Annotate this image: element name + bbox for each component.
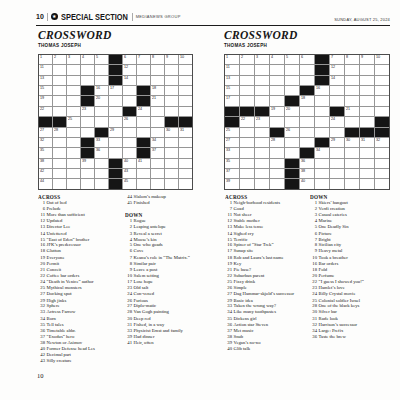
- grid-cell[interactable]: [375, 169, 389, 178]
- grid-cell[interactable]: [240, 159, 254, 168]
- grid-cell[interactable]: [179, 65, 192, 74]
- grid-cell[interactable]: [285, 138, 299, 147]
- grid-cell[interactable]: 27: [225, 138, 239, 147]
- grid-cell[interactable]: [95, 117, 108, 126]
- grid-cell[interactable]: [165, 86, 178, 95]
- grid-cell[interactable]: 45: [123, 179, 136, 188]
- cell-number: 36: [301, 159, 305, 163]
- grid-cell[interactable]: 6: [123, 55, 136, 64]
- grid-cell[interactable]: [53, 107, 66, 116]
- grid-cell[interactable]: [270, 117, 284, 126]
- grid-cell[interactable]: [375, 179, 389, 188]
- grid-cell[interactable]: 24: [137, 107, 150, 116]
- grid-cell[interactable]: [360, 76, 374, 85]
- grid-cell[interactable]: [137, 128, 150, 137]
- grid-cell[interactable]: 21: [345, 107, 359, 116]
- grid-cell[interactable]: [137, 169, 150, 178]
- black-cell: [345, 128, 359, 137]
- black-cell: [109, 76, 122, 85]
- grid-cell[interactable]: 18: [151, 86, 164, 95]
- grid-cell[interactable]: [345, 169, 359, 178]
- grid-cell[interactable]: 36: [300, 159, 314, 168]
- grid-cell[interactable]: [179, 179, 192, 188]
- cell-number: 23: [256, 117, 260, 121]
- grid-cell[interactable]: 30: [165, 128, 178, 137]
- clue-item: 40Glib talk: [225, 346, 309, 352]
- grid-cell[interactable]: [270, 148, 284, 157]
- grid-cell[interactable]: [165, 65, 178, 74]
- cell-number: 29: [331, 138, 335, 142]
- grid-cell[interactable]: [123, 86, 136, 95]
- grid-cell[interactable]: [285, 76, 299, 85]
- grid-cell[interactable]: [165, 148, 178, 157]
- grid-cell[interactable]: [300, 128, 314, 137]
- grid-cell[interactable]: [345, 96, 359, 105]
- grid-cell[interactable]: 34: [315, 148, 329, 157]
- grid-cell[interactable]: [360, 86, 374, 95]
- grid-cell[interactable]: [345, 117, 359, 126]
- puzzle-byline: THOMAS JOSEPH: [38, 44, 193, 49]
- cell-number: 22: [40, 107, 44, 111]
- grid-cell[interactable]: [151, 117, 164, 126]
- grid-cell[interactable]: 42: [39, 169, 52, 178]
- grid-cell[interactable]: [270, 169, 284, 178]
- grid-cell[interactable]: [360, 65, 374, 74]
- grid-cell[interactable]: [375, 107, 389, 116]
- grid-cell[interactable]: [179, 138, 192, 147]
- cell-number: 13: [226, 76, 230, 80]
- cell-number: 10: [376, 55, 380, 59]
- black-cell: [315, 55, 329, 64]
- cell-number: 16: [316, 86, 320, 90]
- grid-cell[interactable]: [109, 107, 122, 116]
- grid-cell[interactable]: [165, 138, 178, 147]
- grid-cell[interactable]: [300, 117, 314, 126]
- cell-number: 29: [110, 128, 114, 132]
- grid-cell[interactable]: [240, 128, 254, 137]
- grid-cell[interactable]: 23: [255, 117, 269, 126]
- grid-cell[interactable]: [270, 179, 284, 188]
- clues-col2-left: 44Slalom’s makeup45FinishedDOWN1Rogue2Le…: [125, 194, 209, 346]
- cell-number: 14: [124, 76, 128, 80]
- grid-cell[interactable]: [330, 159, 344, 168]
- grid-cell[interactable]: [315, 169, 329, 178]
- grid-cell[interactable]: 4: [270, 55, 284, 64]
- grid-cell[interactable]: 10: [179, 55, 192, 64]
- grid-cell[interactable]: [165, 76, 178, 85]
- grid-cell[interactable]: 26: [123, 117, 136, 126]
- newspaper-page: 10 ★ SPECIAL SECTION MEDIANEWS GROUP SUN…: [0, 0, 400, 400]
- grid-cell[interactable]: [240, 76, 254, 85]
- grid-cell[interactable]: [151, 107, 164, 116]
- grid-cell[interactable]: [67, 159, 80, 168]
- grid-cell[interactable]: [109, 117, 122, 126]
- grid-cell[interactable]: [81, 65, 94, 74]
- grid-cell[interactable]: [123, 148, 136, 157]
- grid-cell[interactable]: [151, 128, 164, 137]
- grid-cell[interactable]: 14: [330, 76, 344, 85]
- grid-cell[interactable]: [300, 107, 314, 116]
- grid-cell[interactable]: 16: [315, 86, 329, 95]
- grid-cell[interactable]: 37: [151, 148, 164, 157]
- grid-cell[interactable]: [285, 65, 299, 74]
- grid-cell[interactable]: 2: [53, 55, 66, 64]
- grid-cell[interactable]: [315, 128, 329, 137]
- grid-cell[interactable]: [240, 96, 254, 105]
- grid-cell[interactable]: 14: [123, 76, 136, 85]
- grid-cell[interactable]: 7: [137, 55, 150, 64]
- cell-number: 19: [271, 107, 275, 111]
- grid-cell[interactable]: 15: [39, 86, 52, 95]
- black-cell: [109, 159, 122, 168]
- grid-cell[interactable]: 40: [300, 179, 314, 188]
- grid-cell[interactable]: [53, 96, 66, 105]
- grid-cell[interactable]: [81, 76, 94, 85]
- grid-cell[interactable]: [360, 117, 374, 126]
- grid-cell[interactable]: [240, 169, 254, 178]
- cell-number: 4: [82, 55, 84, 59]
- grid-cell[interactable]: [53, 65, 66, 74]
- grid-cell[interactable]: 25: [67, 117, 80, 126]
- grid-cell[interactable]: [109, 96, 122, 105]
- black-cell: [109, 169, 122, 178]
- grid-cell[interactable]: 19: [270, 107, 284, 116]
- grid-cell[interactable]: [53, 169, 66, 178]
- grid-cell[interactable]: [53, 159, 66, 168]
- grid-cell[interactable]: [95, 65, 108, 74]
- grid-cell[interactable]: [137, 117, 150, 126]
- grid-cell[interactable]: [255, 169, 269, 178]
- grid-cell[interactable]: 5: [95, 55, 108, 64]
- cell-number: 17: [226, 96, 230, 100]
- grid-cell[interactable]: 33: [225, 148, 239, 157]
- grid-cell[interactable]: [375, 96, 389, 105]
- grid-cell[interactable]: 35: [39, 148, 52, 157]
- grid-cell[interactable]: [240, 148, 254, 157]
- grid-cell[interactable]: [315, 96, 329, 105]
- grid-cell[interactable]: [360, 96, 374, 105]
- grid-cell[interactable]: 13: [225, 76, 239, 85]
- grid-cell[interactable]: [375, 159, 389, 168]
- grid-cell[interactable]: [345, 179, 359, 188]
- grid-cell[interactable]: 26: [285, 128, 299, 137]
- grid-cell[interactable]: [67, 76, 80, 85]
- grid-cell[interactable]: [285, 117, 299, 126]
- grid-cell[interactable]: 10: [375, 55, 389, 64]
- grid-cell[interactable]: [67, 86, 80, 95]
- cell-number: 6: [301, 55, 303, 59]
- grid-cell[interactable]: [165, 169, 178, 178]
- grid-cell[interactable]: [315, 179, 329, 188]
- cell-number: 22: [241, 117, 245, 121]
- cell-number: 31: [180, 128, 184, 132]
- grid-cell[interactable]: [345, 159, 359, 168]
- grid-cell[interactable]: [67, 107, 80, 116]
- black-cell: [137, 138, 150, 147]
- crossword-grid-left: 1234567891011121314151617181920212223242…: [38, 54, 193, 189]
- grid-cell[interactable]: [330, 86, 344, 95]
- grid-cell[interactable]: [179, 86, 192, 95]
- grid-cell[interactable]: 28: [270, 138, 284, 147]
- grid-cell[interactable]: 7: [330, 55, 344, 64]
- grid-cell[interactable]: [67, 138, 80, 147]
- black-cell: [123, 107, 136, 116]
- grid-cell[interactable]: [330, 96, 344, 105]
- grid-cell[interactable]: 38: [300, 169, 314, 178]
- grid-cell[interactable]: [179, 159, 192, 168]
- grid-cell[interactable]: [179, 96, 192, 105]
- grid-cell[interactable]: [375, 76, 389, 85]
- grid-cell[interactable]: 43: [123, 169, 136, 178]
- grid-cell[interactable]: [240, 86, 254, 95]
- grid-cell[interactable]: [330, 169, 344, 178]
- grid-cell[interactable]: 23: [81, 107, 94, 116]
- grid-cell[interactable]: 34: [151, 138, 164, 147]
- grid-cell[interactable]: 15: [225, 86, 239, 95]
- grid-cell[interactable]: [137, 179, 150, 188]
- grid-cell[interactable]: [285, 86, 299, 95]
- grid-cell[interactable]: 20: [95, 96, 108, 105]
- grid-cell[interactable]: 35: [225, 159, 239, 168]
- grid-cell[interactable]: [95, 107, 108, 116]
- grid-cell[interactable]: [345, 148, 359, 157]
- grid-cell[interactable]: [53, 76, 66, 85]
- cell-number: 21: [152, 96, 156, 100]
- grid-cell[interactable]: 12: [123, 65, 136, 74]
- grid-cell[interactable]: 5: [285, 55, 299, 64]
- grid-cell[interactable]: 16: [95, 86, 108, 95]
- grid-cell[interactable]: [270, 65, 284, 74]
- grid-cell[interactable]: [255, 96, 269, 105]
- cell-number: 12: [124, 65, 128, 69]
- grid-cell[interactable]: [165, 179, 178, 188]
- grid-cell[interactable]: [151, 76, 164, 85]
- cell-number: 19: [40, 96, 44, 100]
- grid-cell[interactable]: 32: [39, 138, 52, 147]
- grid-cell[interactable]: 9: [360, 55, 374, 64]
- grid-cell[interactable]: [53, 86, 66, 95]
- grid-cell[interactable]: [375, 148, 389, 157]
- grid-cell[interactable]: [67, 96, 80, 105]
- grid-cell[interactable]: 1: [39, 55, 52, 64]
- grid-cell[interactable]: [255, 159, 269, 168]
- grid-cell[interactable]: 12: [330, 65, 344, 74]
- grid-cell[interactable]: [123, 128, 136, 137]
- grid-cell[interactable]: 36: [95, 148, 108, 157]
- grid-cell[interactable]: 28: [53, 128, 66, 137]
- grid-cell[interactable]: 3: [67, 55, 80, 64]
- grid-cell[interactable]: [255, 86, 269, 95]
- grid-cell[interactable]: 24: [330, 117, 344, 126]
- grid-cell[interactable]: 4: [81, 55, 94, 64]
- grid-cell[interactable]: [270, 86, 284, 95]
- cell-number: 28: [271, 138, 275, 142]
- grid-cell[interactable]: [53, 148, 66, 157]
- grid-cell[interactable]: [95, 76, 108, 85]
- grid-cell[interactable]: [270, 96, 284, 105]
- grid-cell[interactable]: 31: [179, 128, 192, 137]
- black-cell: [300, 86, 314, 95]
- grid-cell[interactable]: [123, 96, 136, 105]
- grid-cell[interactable]: [67, 128, 80, 137]
- grid-cell[interactable]: 37: [225, 169, 239, 178]
- grid-cell[interactable]: [67, 65, 80, 74]
- grid-cell[interactable]: [137, 65, 150, 74]
- cell-number: 5: [96, 55, 98, 59]
- grid-cell[interactable]: 33: [95, 138, 108, 147]
- grid-cell[interactable]: [95, 169, 108, 178]
- grid-cell[interactable]: [53, 179, 66, 188]
- clues-col2-right: DOWN1Skiers’ hangout2Verdi creation3Casu…: [310, 194, 394, 340]
- cell-number: 9: [166, 55, 168, 59]
- cell-number: 17: [110, 86, 114, 90]
- cell-number: 38: [301, 169, 305, 173]
- grid-cell[interactable]: [375, 86, 389, 95]
- cell-number: 40: [124, 159, 128, 163]
- cell-number: 7: [331, 55, 333, 59]
- black-cell: [81, 96, 94, 105]
- grid-cell[interactable]: [151, 179, 164, 188]
- grid-cell[interactable]: 19: [39, 96, 52, 105]
- grid-cell[interactable]: 22: [240, 117, 254, 126]
- grid-cell[interactable]: [360, 159, 374, 168]
- grid-cell[interactable]: [95, 179, 108, 188]
- grid-cell[interactable]: [137, 76, 150, 85]
- grid-cell[interactable]: 40: [123, 159, 136, 168]
- cell-number: 39: [82, 159, 86, 163]
- grid-cell[interactable]: [255, 128, 269, 137]
- grid-cell[interactable]: [240, 65, 254, 74]
- grid-cell[interactable]: [255, 65, 269, 74]
- grid-cell[interactable]: 38: [39, 159, 52, 168]
- grid-cell[interactable]: [255, 179, 269, 188]
- grid-cell[interactable]: 17: [109, 86, 122, 95]
- clue-number: 40: [225, 346, 234, 352]
- grid-cell[interactable]: [165, 96, 178, 105]
- grid-cell[interactable]: 44: [39, 179, 52, 188]
- grid-cell[interactable]: 21: [151, 96, 164, 105]
- grid-cell[interactable]: [81, 169, 94, 178]
- grid-cell[interactable]: 13: [39, 76, 52, 85]
- grid-cell[interactable]: [315, 159, 329, 168]
- grid-cell[interactable]: [67, 148, 80, 157]
- grid-cell[interactable]: [345, 65, 359, 74]
- grid-cell[interactable]: [255, 76, 269, 85]
- grid-cell[interactable]: [270, 159, 284, 168]
- grid-cell[interactable]: 1: [225, 55, 239, 64]
- grid-cell[interactable]: [360, 148, 374, 157]
- grid-cell[interactable]: 32: [375, 138, 389, 147]
- black-cell: [137, 86, 150, 95]
- grid-cell[interactable]: 20: [285, 107, 299, 116]
- grid-cell[interactable]: 25: [225, 128, 239, 137]
- grid-cell[interactable]: [151, 65, 164, 74]
- grid-cell[interactable]: [151, 159, 164, 168]
- grid-cell[interactable]: [330, 148, 344, 157]
- grid-cell[interactable]: 39: [225, 179, 239, 188]
- grid-cell[interactable]: [285, 148, 299, 157]
- cell-number: 1: [40, 55, 42, 59]
- grid-cell[interactable]: 18: [300, 96, 314, 105]
- grid-cell[interactable]: [345, 76, 359, 85]
- black-cell: [255, 107, 269, 116]
- grid-cell[interactable]: [53, 138, 66, 147]
- grid-cell[interactable]: [270, 76, 284, 85]
- grid-cell[interactable]: 3: [255, 55, 269, 64]
- grid-cell[interactable]: [360, 179, 374, 188]
- grid-cell[interactable]: 30: [345, 138, 359, 147]
- cell-number: 44: [40, 179, 44, 183]
- grid-cell[interactable]: [179, 148, 192, 157]
- grid-cell[interactable]: [81, 179, 94, 188]
- cell-number: 38: [40, 159, 44, 163]
- grid-cell[interactable]: 9: [165, 55, 178, 64]
- cell-number: 41: [138, 159, 142, 163]
- grid-cell[interactable]: 11: [225, 65, 239, 74]
- grid-cell[interactable]: [151, 169, 164, 178]
- grid-cell[interactable]: [255, 138, 269, 147]
- grid-cell[interactable]: 22: [39, 107, 52, 116]
- grid-cell[interactable]: [330, 179, 344, 188]
- grid-cell[interactable]: [300, 76, 314, 85]
- grid-cell[interactable]: [360, 107, 374, 116]
- cell-number: 32: [40, 138, 44, 142]
- grid-cell[interactable]: 6: [300, 55, 314, 64]
- grid-cell[interactable]: 41: [137, 159, 150, 168]
- grid-cell[interactable]: [165, 159, 178, 168]
- grid-cell[interactable]: [123, 138, 136, 147]
- grid-cell[interactable]: 11: [39, 65, 52, 74]
- grid-cell[interactable]: 29: [330, 138, 344, 147]
- grid-cell[interactable]: 31: [360, 138, 374, 147]
- grid-cell[interactable]: 8: [345, 55, 359, 64]
- crossword-grid-right: 1234567891011121314151617181920212223242…: [224, 54, 390, 189]
- grid-cell[interactable]: [67, 169, 80, 178]
- grid-cell[interactable]: [109, 138, 122, 147]
- grid-cell[interactable]: 29: [109, 128, 122, 137]
- grid-cell[interactable]: [179, 107, 192, 116]
- grid-cell[interactable]: [300, 65, 314, 74]
- grid-cell[interactable]: 2: [240, 55, 254, 64]
- header-divider: [132, 13, 133, 21]
- grid-cell[interactable]: [240, 138, 254, 147]
- grid-cell[interactable]: [95, 159, 108, 168]
- grid-cell[interactable]: 39: [81, 159, 94, 168]
- grid-cell[interactable]: [240, 179, 254, 188]
- grid-cell[interactable]: [179, 169, 192, 178]
- grid-cell[interactable]: [109, 148, 122, 157]
- grid-cell[interactable]: [360, 169, 374, 178]
- grid-cell[interactable]: [179, 76, 192, 85]
- grid-cell[interactable]: [81, 117, 94, 126]
- grid-cell[interactable]: [67, 179, 80, 188]
- grid-cell[interactable]: [315, 117, 329, 126]
- grid-cell[interactable]: [345, 86, 359, 95]
- grid-cell[interactable]: [315, 107, 329, 116]
- grid-cell[interactable]: [375, 65, 389, 74]
- grid-cell[interactable]: 8: [151, 55, 164, 64]
- clue-item: 41Heir, often: [125, 340, 209, 346]
- grid-cell[interactable]: [81, 128, 94, 137]
- grid-cell[interactable]: [255, 148, 269, 157]
- grid-cell[interactable]: 17: [225, 96, 239, 105]
- grid-cell[interactable]: 27: [39, 128, 52, 137]
- grid-cell[interactable]: [300, 138, 314, 147]
- puzzle-title: CROSSWORD: [38, 30, 193, 42]
- grid-cell[interactable]: [330, 128, 344, 137]
- grid-cell[interactable]: [165, 107, 178, 116]
- clues-col1-right: ACROSS1Neigh-borhood residents7Goad11Not…: [225, 194, 309, 352]
